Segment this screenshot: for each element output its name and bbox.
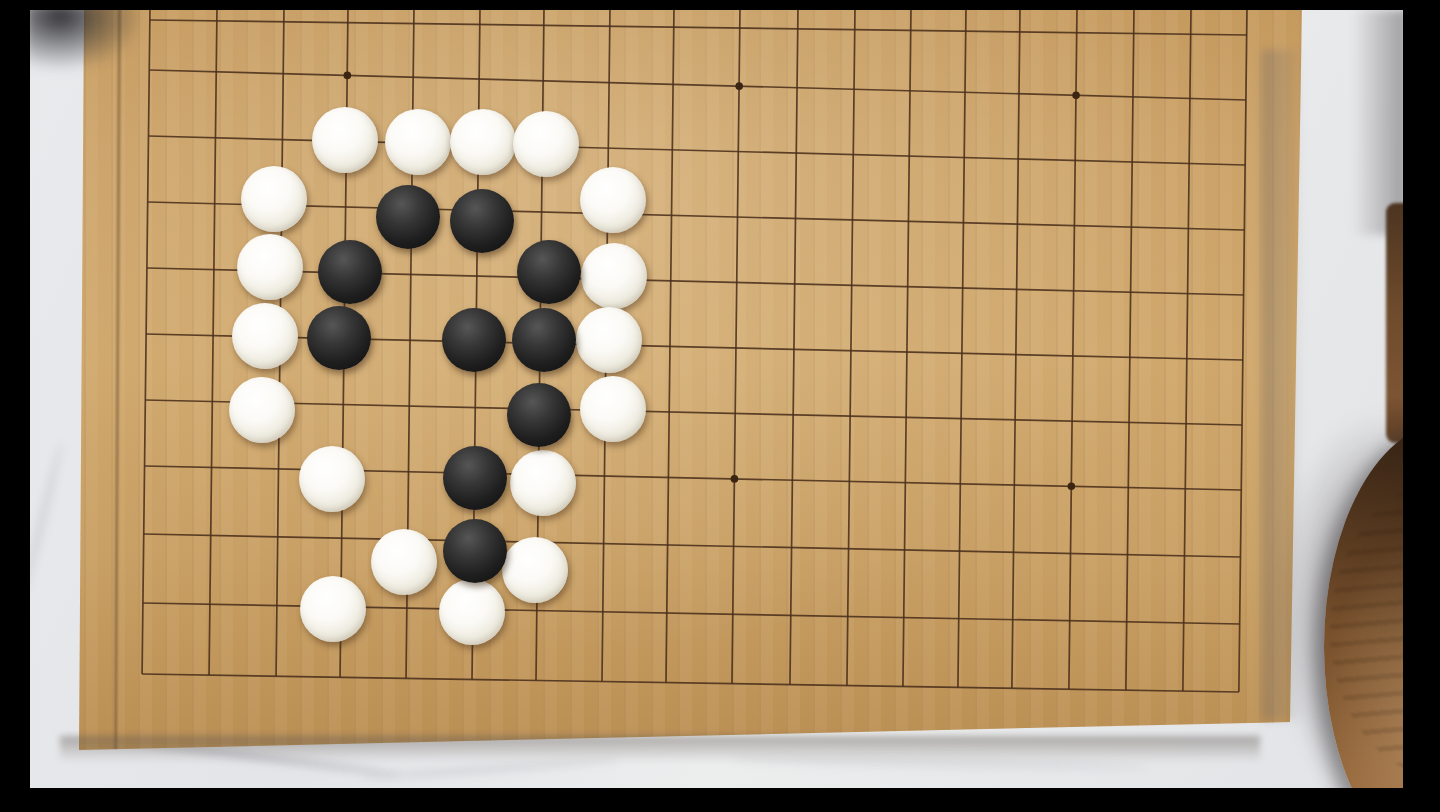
white-stone[interactable] (513, 111, 579, 177)
white-stone[interactable] (299, 446, 365, 512)
white-stone[interactable] (385, 109, 451, 175)
video-still (0, 0, 1440, 812)
black-stone[interactable] (318, 240, 382, 304)
black-stone[interactable] (307, 306, 371, 370)
white-stone[interactable] (232, 303, 298, 369)
letterbox-bar-bottom (0, 788, 1440, 812)
star-point (735, 82, 743, 90)
black-stone[interactable] (376, 185, 440, 249)
star-point (731, 475, 739, 483)
black-stone[interactable] (442, 308, 506, 372)
white-stone[interactable] (502, 537, 568, 603)
white-stone[interactable] (510, 450, 576, 516)
table-shadow (30, 10, 144, 72)
black-stone[interactable] (450, 189, 514, 253)
white-stone[interactable] (580, 376, 646, 442)
bowl-lid-edge (1386, 203, 1403, 443)
white-stone[interactable] (580, 167, 646, 233)
black-stone[interactable] (443, 446, 507, 510)
black-stone[interactable] (512, 308, 576, 372)
board-shadow (60, 736, 1260, 762)
table-shadow (1352, 10, 1403, 235)
photo-area (30, 10, 1403, 788)
white-stone[interactable] (581, 243, 647, 309)
letterbox-bar-right (1403, 0, 1440, 812)
letterbox-bar-top (0, 0, 1440, 10)
white-stone[interactable] (576, 307, 642, 373)
white-stone[interactable] (241, 166, 307, 232)
white-stone[interactable] (300, 576, 366, 642)
white-stone[interactable] (237, 234, 303, 300)
black-stone[interactable] (517, 240, 581, 304)
black-stone[interactable] (507, 383, 571, 447)
letterbox-bar-left (0, 0, 30, 812)
white-stone[interactable] (312, 107, 378, 173)
star-point (1068, 482, 1076, 490)
star-point (344, 72, 352, 80)
black-stone[interactable] (443, 519, 507, 583)
white-stone[interactable] (450, 109, 516, 175)
white-stone[interactable] (439, 579, 505, 645)
white-stone[interactable] (371, 529, 437, 595)
white-stone[interactable] (229, 377, 295, 443)
star-point (1072, 92, 1080, 100)
